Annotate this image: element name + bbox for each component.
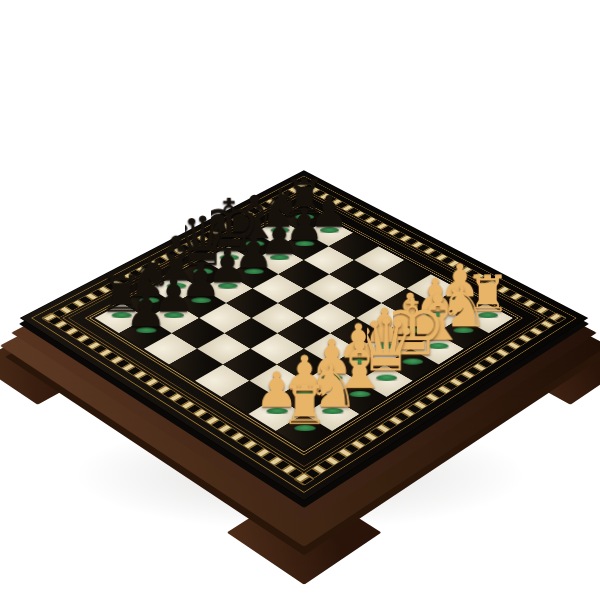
white-rook-glyph: ♜ <box>280 380 328 431</box>
photo-background: ♜♞♝♛♚♝♞♜♟♟♟♟♟♟♟♟♟♟♟♟♟♟♟♟♜♞♝♛♚♝♞♜ <box>0 0 600 600</box>
black-pawn-glyph: ♟ <box>125 289 167 333</box>
square-c6[interactable] <box>199 303 251 333</box>
piece-white-rook-a1[interactable]: ♜ <box>285 339 325 431</box>
chess-board: ♜♞♝♛♚♝♞♜♟♟♟♟♟♟♟♟♟♟♟♟♟♟♟♟♜♞♝♛♚♝♞♜ <box>21 171 587 500</box>
scene: ♜♞♝♛♚♝♞♜♟♟♟♟♟♟♟♟♟♟♟♟♟♟♟♟♜♞♝♛♚♝♞♜ <box>0 0 600 600</box>
piece-black-pawn-a7[interactable]: ♟ <box>127 247 164 334</box>
